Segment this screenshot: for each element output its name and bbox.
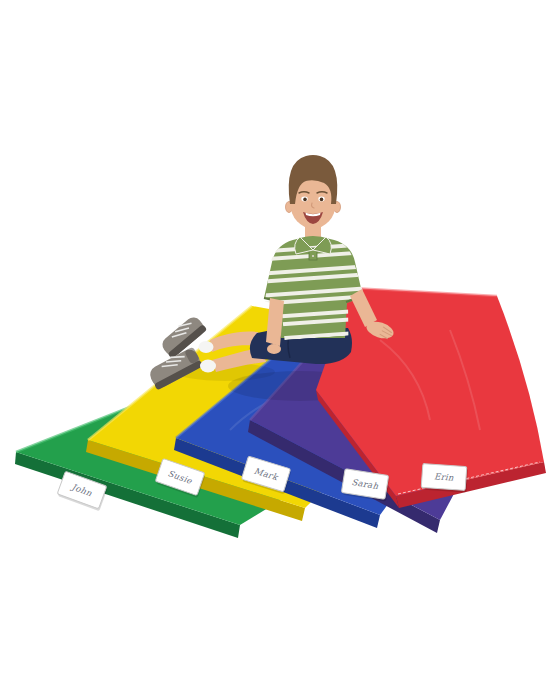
rest-mats-photo: John Susie Mark Sarah Erin [0, 0, 550, 688]
far-sock [199, 341, 214, 353]
shirt-button [312, 255, 314, 257]
left-eye [303, 198, 307, 202]
name-tag-erin: Erin [421, 463, 468, 492]
right-eye [320, 198, 324, 202]
child-right-hand [267, 344, 281, 354]
near-sock [200, 360, 216, 373]
tag-name-label: Erin [434, 471, 455, 482]
product-photo-scene: John Susie Mark Sarah Erin [0, 0, 550, 688]
